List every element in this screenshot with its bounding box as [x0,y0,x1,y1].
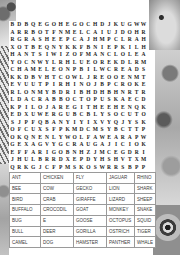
grid-cell: O [133,141,140,149]
grid-cell: S [9,119,16,127]
decor-animal-collage-right-image [155,50,180,205]
word-list-item: BEE [10,184,41,195]
grid-cell: I [126,44,133,52]
grid-cell: S [140,66,147,74]
grid-cell: R [119,81,126,89]
word-list-item: OCTOPUS [107,216,135,227]
word-list-item: JAGUAR [107,173,135,184]
grid-cell: B [50,89,57,97]
word-list-item: GIRAFFE [74,194,107,205]
grid-cell: L [50,59,57,67]
grid-cell: S [37,36,44,44]
grid-cell: R [57,81,64,89]
grid-cell: O [9,126,16,134]
grid-cell: M [71,126,78,134]
grid-cell: O [126,81,133,89]
grid-cell: K [113,59,120,67]
grid-cell: N [119,89,126,97]
grid-cell: E [106,104,113,112]
grid-cell: N [99,51,106,59]
word-list-item: GOOSE [74,216,107,227]
grid-cell: R [16,164,23,172]
grid-cell: P [57,126,64,134]
grid-cell: M [92,126,99,134]
grid-cell: J [92,81,99,89]
grid-cell: N [92,44,99,52]
grid-cell: Y [50,141,57,149]
grid-cell: X [23,141,30,149]
grid-cell: O [71,134,78,142]
grid-cell: B [126,164,133,172]
grid-cell: C [119,111,126,119]
grid-cell: R [57,104,64,112]
grid-cell: Y [126,119,133,127]
grid-cell: A [126,66,133,74]
grid-cell: J [9,156,16,164]
grid-cell: K [9,104,16,112]
grid-cell: J [37,164,44,172]
grid-cell: U [64,111,71,119]
grid-cell: H [64,59,71,67]
word-list-item: COW [41,184,74,195]
word-list-item: LIZARD [107,194,135,205]
grid-cell: H [133,29,140,37]
grid-cell: I [99,29,106,37]
grid-cell: C [85,29,92,37]
word-list-item: BULL [10,227,41,238]
grid-cell: M [140,59,147,67]
word-list-item: SNAKE [135,205,156,216]
grid-cell: M [99,149,106,157]
grid-cell: L [133,44,140,52]
grid-cell: O [85,164,92,172]
grid-cell: J [106,21,113,29]
grid-cell: X [92,119,99,127]
grid-cell: I [50,81,57,89]
grid-cell: O [71,51,78,59]
grid-cell: N [30,59,37,67]
grid-cell: I [78,104,85,112]
grid-cell: F [16,126,23,134]
grid-cell: R [23,29,30,37]
grid-cell: Q [9,164,16,172]
grid-cell: B [30,74,37,82]
grid-cell: R [16,29,23,37]
grid-cell: Y [78,119,85,127]
word-list-item: MONKEY [107,205,135,216]
grid-cell: V [99,119,106,127]
grid-cell: P [57,164,64,172]
grid-cell: E [106,59,113,67]
grid-cell: Y [57,134,64,142]
grid-cell: O [85,96,92,104]
grid-cell: J [106,141,113,149]
grid-cell: A [113,134,120,142]
grid-cell: H [92,104,99,112]
grid-cell: E [133,51,140,59]
grid-cell: B [30,29,37,37]
decor-animal-bottom-left-image [0,164,9,255]
grid-cell: M [99,36,106,44]
grid-cell: Y [64,119,71,127]
grid-cell: U [119,21,126,29]
grid-cell: L [78,134,85,142]
grid-cell: T [30,51,37,59]
grid-cell: T [44,29,51,37]
grid-cell: N [57,29,64,37]
grid-cell: B [99,81,106,89]
grid-cell: H [99,156,106,164]
word-list-table: ANTCHICKENFLYJAGUARRHINOBEECOWGECKOLIONS… [9,172,156,248]
grid-cell: Q [37,119,44,127]
grid-cell: E [113,149,120,157]
grid-cell: R [57,59,64,67]
grid-cell: G [50,149,57,157]
grid-cell: R [44,156,51,164]
grid-cell: K [140,141,147,149]
grid-cell: O [78,21,85,29]
grid-cell: I [99,44,106,52]
grid-cell: J [113,29,120,37]
grid-cell: L [126,59,133,67]
grid-cell: H [92,36,99,44]
grid-cell: E [50,66,57,74]
grid-cell: A [92,51,99,59]
grid-cell: A [44,96,51,104]
grid-cell: P [133,164,140,172]
grid-cell: K [71,44,78,52]
grid-cell: I [85,119,92,127]
grid-cell: J [85,36,92,44]
grid-cell: D [99,21,106,29]
grid-cell: V [16,81,23,89]
grid-cell: E [71,29,78,37]
grid-cell: C [106,149,113,157]
grid-cell: N [57,119,64,127]
grid-cell: R [37,149,44,157]
grid-cell: U [106,29,113,37]
grid-cell: G [71,104,78,112]
grid-cell: D [16,21,23,29]
grid-cell: S [106,111,113,119]
grid-cell: G [30,164,37,172]
grid-cell: L [113,51,120,59]
word-list-item: CAMEL [10,237,41,248]
grid-cell: N [71,149,78,157]
grid-cell: T [126,156,133,164]
grid-cell: K [16,74,23,82]
grid-cell: O [50,21,57,29]
grid-cell: F [50,164,57,172]
grid-cell: C [106,51,113,59]
grid-cell: I [44,51,51,59]
grid-cell: E [99,74,106,82]
grid-cell: K [9,74,16,82]
grid-cell: L [44,66,51,74]
grid-cell: E [64,104,71,112]
grid-cell: R [9,89,16,97]
grid-cell: C [85,126,92,134]
grid-cell: Y [99,111,106,119]
grid-cell: C [113,81,120,89]
grid-cell: S [119,164,126,172]
grid-cell: H [92,21,99,29]
letter-grid: BDBQEGOHEGOCHDJKUGWWARRBOTFNMELCAIUJDOHR… [9,21,147,171]
grid-cell: E [140,81,147,89]
grid-cell: R [106,164,113,172]
grid-cell: I [85,66,92,74]
grid-cell: E [16,141,23,149]
grid-cell: P [92,96,99,104]
decor-lemur-bottom-right-image [153,205,180,255]
grid-cell: E [71,156,78,164]
grid-cell: A [99,141,106,149]
word-list-item: BIRD [10,194,41,205]
grid-cell: X [133,156,140,164]
grid-cell: R [71,141,78,149]
grid-cell: W [99,134,106,142]
grid-cell: A [78,36,85,44]
grid-cell: E [37,134,44,142]
word-list-item: SHARK [135,184,156,195]
grid-cell: D [140,96,147,104]
grid-cell: L [71,59,78,67]
word-list-item: TIGER [135,227,156,238]
grid-cell: H [113,104,120,112]
word-search-worksheet: ANIMALS BDBQEGOHEGOCHDJKUGWWARRBOTFNMELC… [0,0,180,255]
grid-cell: P [16,104,23,112]
grid-cell: L [50,134,57,142]
grid-cell: G [126,21,133,29]
grid-cell: C [23,126,30,134]
grid-cell: G [16,36,23,44]
grid-cell: P [106,81,113,89]
grid-cell: S [92,164,99,172]
grid-cell: O [106,74,113,82]
grid-cell: H [99,89,106,97]
grid-cell: C [85,21,92,29]
grid-cell: H [64,81,71,89]
grid-cell: E [106,134,113,142]
grid-cell: A [78,141,85,149]
word-list-item: WHALE [135,237,156,248]
grid-cell: T [23,44,30,52]
grid-cell: B [85,111,92,119]
grid-cell: C [119,141,126,149]
grid-cell: I [71,119,78,127]
grid-cell: K [23,164,30,172]
grid-cell: Y [9,59,16,67]
grid-cell: W [140,21,147,29]
grid-cell: R [9,36,16,44]
grid-cell: Y [106,126,113,134]
grid-cell: C [30,96,37,104]
grid-cell: A [30,149,37,157]
grid-cell: D [57,89,64,97]
grid-cell: A [126,134,133,142]
word-list-item: E [41,216,74,227]
grid-cell: E [64,21,71,29]
grid-cell: W [133,21,140,29]
grid-cell: E [57,36,64,44]
grid-cell: F [78,44,85,52]
grid-cell: J [119,119,126,127]
grid-cell: H [16,156,23,164]
grid-cell: S [37,51,44,59]
grid-cell: M [133,74,140,82]
grid-cell: U [78,59,85,67]
grid-cell: O [113,111,120,119]
grid-cell: B [64,149,71,157]
word-list-item: FLY [74,173,107,184]
grid-cell: I [71,81,78,89]
grid-cell: J [92,149,99,157]
grid-cell: W [140,134,147,142]
grid-cell: A [9,29,16,37]
grid-cell: D [133,66,140,74]
grid-cell: R [119,134,126,142]
grid-cell: G [119,149,126,157]
grid-cell: O [126,29,133,37]
grid-cell: H [9,51,16,59]
grid-cell: P [78,156,85,164]
grid-cell: R [50,111,57,119]
grid-cell: Q [44,44,51,52]
grid-cell: E [37,66,44,74]
grid-cell: S [44,126,51,134]
grid-cell: N [44,134,51,142]
grid-cell: U [30,81,37,89]
grid-cell: E [37,21,44,29]
grid-cell: S [133,119,140,127]
grid-cell: G [37,141,44,149]
grid-cell: Q [133,104,140,112]
grid-cell: O [64,74,71,82]
grid-cell: M [64,164,71,172]
grid-cell: N [30,134,37,142]
word-list-item: GORILLA [74,227,107,238]
grid-cell: E [106,44,113,52]
grid-cell: E [9,81,16,89]
grid-cell: T [50,74,57,82]
grid-cell: U [30,111,37,119]
grid-cell: T [85,104,92,112]
grid-cell: O [92,59,99,67]
grid-cell: U [30,126,37,134]
grid-cell: A [16,51,23,59]
grid-cell: E [99,104,106,112]
grid-cell: H [113,89,120,97]
grid-cell: O [16,44,23,52]
grid-cell: Q [113,119,120,127]
grid-cell: J [44,104,51,112]
grid-cell: U [85,141,92,149]
grid-cell: D [78,126,85,134]
grid-cell: B [113,126,120,134]
grid-cell: K [113,96,120,104]
grid-cell: P [23,119,30,127]
grid-cell: A [23,66,30,74]
grid-cell: D [126,149,133,157]
grid-cell: K [140,104,147,112]
grid-cell: S [71,164,78,172]
grid-cell: Y [106,119,113,127]
grid-cell: F [50,29,57,37]
grid-cell: T [140,74,147,82]
grid-cell: O [113,74,120,82]
grid-cell: R [23,36,30,44]
grid-cell: R [140,89,147,97]
grid-cell: J [16,119,23,127]
grid-cell: I [57,51,64,59]
grid-cell: U [23,156,30,164]
grid-cell: T [133,89,140,97]
grid-cell: I [126,141,133,149]
grid-cell: P [113,44,120,52]
grid-cell: Z [85,149,92,157]
grid-cell: D [85,156,92,164]
grid-cell: K [16,134,23,142]
grid-cell: D [119,29,126,37]
grid-cell: G [71,21,78,29]
grid-cell: R [50,156,57,164]
grid-cell: K [133,81,140,89]
grid-cell: R [133,59,140,67]
grid-cell: R [113,164,120,172]
grid-cell: U [23,81,30,89]
grid-cell: D [16,111,23,119]
grid-cell: N [126,104,133,112]
word-list-item: SHEEP [135,194,156,205]
grid-cell: B [30,44,37,52]
grid-cell: G [57,111,64,119]
grid-cell: P [44,81,51,89]
grid-cell: P [64,36,71,44]
grid-cell: Y [92,156,99,164]
word-list-item: GECKO [74,184,107,195]
grid-cell: B [57,96,64,104]
grid-cell: K [78,164,85,172]
grid-cell: A [133,36,140,44]
word-list-item: BUFFALO [10,205,41,216]
grid-cell: H [57,21,64,29]
grid-cell: L [126,51,133,59]
grid-cell: L [9,96,16,104]
grid-cell: E [126,96,133,104]
grid-cell: E [119,66,126,74]
grid-cell: H [140,44,147,52]
grid-cell: O [64,96,71,104]
word-list-item: PANTHER [107,237,135,248]
grid-cell: K [119,44,126,52]
grid-cell: T [133,126,140,134]
grid-cell: C [71,96,78,104]
grid-cell: P [106,36,113,44]
grid-cell: B [50,96,57,104]
grid-cell: Y [44,89,51,97]
grid-cell: R [113,66,120,74]
grid-cell: N [64,66,71,74]
word-list-item: DOG [41,237,74,248]
grid-cell: B [78,89,85,97]
grid-cell: F [85,134,92,142]
grid-cell: A [92,29,99,37]
grid-cell: C [113,36,120,44]
grid-cell: T [133,111,140,119]
grid-cell: I [71,89,78,97]
grid-cell: T [126,126,133,134]
grid-cell: L [30,156,37,164]
